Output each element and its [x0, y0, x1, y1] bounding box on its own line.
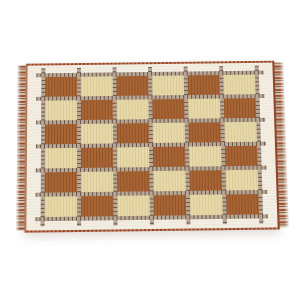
- square-r5c1-brown: [45, 172, 77, 193]
- square-r3c3-brown: [117, 123, 149, 143]
- square-r5c2-cream: [81, 172, 113, 193]
- square-r3c1-brown: [45, 124, 77, 144]
- square-r1c3-brown: [117, 76, 149, 96]
- board: [41, 71, 264, 222]
- rug-field: [24, 61, 279, 233]
- square-r4c2-brown: [81, 147, 113, 167]
- square-r3c2-cream: [81, 124, 113, 144]
- square-r4c5-cream: [189, 146, 221, 166]
- square-r5c4-cream: [153, 171, 185, 192]
- square-r5c5-brown: [189, 170, 222, 191]
- square-r1c4-cream: [152, 75, 184, 95]
- square-r6c6-brown: [226, 194, 259, 215]
- square-r2c5-cream: [188, 99, 220, 119]
- square-r6c4-brown: [154, 195, 187, 216]
- square-r5c3-brown: [117, 171, 149, 192]
- square-r6c5-cream: [190, 194, 223, 215]
- square-r5c6-cream: [226, 170, 259, 191]
- square-r6c3-cream: [117, 195, 149, 216]
- square-r3c6-cream: [224, 122, 256, 142]
- square-r4c1-cream: [45, 148, 77, 168]
- square-r2c1-cream: [45, 100, 77, 120]
- photo-stage: [0, 0, 300, 300]
- square-r1c1-brown: [45, 77, 77, 97]
- square-r2c6-brown: [224, 98, 256, 118]
- square-r4c6-brown: [225, 146, 258, 166]
- square-r2c3-cream: [117, 99, 149, 119]
- board-squares: [41, 71, 264, 222]
- square-r6c2-brown: [81, 196, 113, 217]
- rug: [24, 61, 279, 233]
- square-r1c6-cream: [223, 75, 255, 95]
- square-r3c5-brown: [189, 122, 221, 142]
- square-r2c4-brown: [152, 99, 184, 119]
- square-r1c5-brown: [188, 75, 220, 95]
- square-r4c4-brown: [153, 147, 185, 167]
- square-r6c1-cream: [45, 196, 77, 217]
- square-r4c3-cream: [117, 147, 149, 167]
- square-r1c2-cream: [81, 76, 113, 96]
- square-r2c2-brown: [81, 100, 113, 120]
- square-r3c4-cream: [153, 123, 185, 143]
